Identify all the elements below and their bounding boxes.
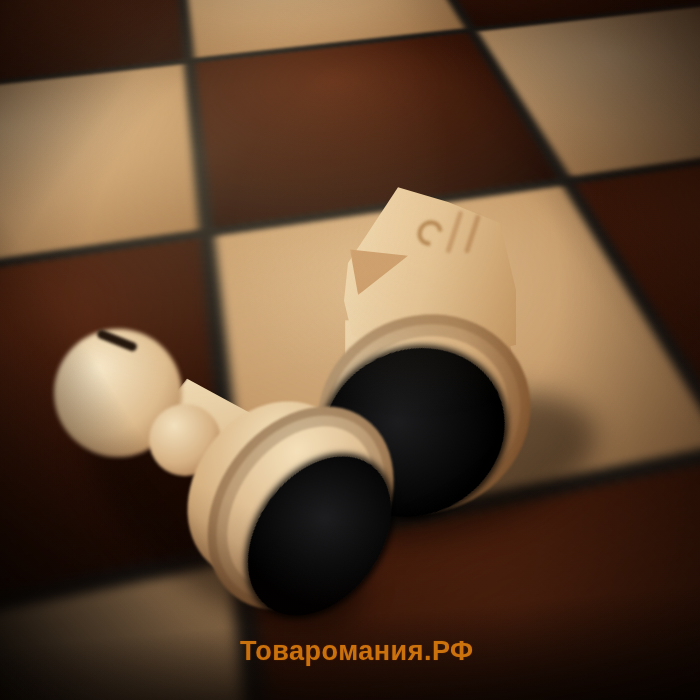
photo-scene: ♘ ♙ Товаромания.РФ: [0, 0, 700, 700]
watermark-text: Товаромания.РФ: [240, 636, 474, 667]
